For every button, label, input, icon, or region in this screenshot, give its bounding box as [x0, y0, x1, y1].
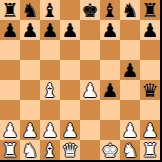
square-a8[interactable]: ♜ [0, 0, 20, 20]
square-h7[interactable]: ♟ [140, 20, 160, 40]
square-b2[interactable]: ♟ [20, 120, 40, 140]
square-d7[interactable]: ♟ [60, 20, 80, 40]
chess-board: ♜♞♝♚♝♞♜♟♟♟♟♟♟♟♝♟♟♛♟♟♟♟♟♟♜♞♝♛♚♞♜ [0, 0, 160, 160]
piece-black-pawn: ♟ [141, 20, 158, 40]
piece-black-rook: ♜ [141, 0, 158, 20]
piece-black-pawn: ♟ [41, 20, 58, 40]
piece-black-pawn: ♟ [61, 20, 78, 40]
piece-white-bishop: ♝ [41, 140, 58, 160]
piece-black-king: ♚ [81, 0, 98, 20]
square-f5[interactable] [100, 60, 120, 80]
piece-black-pawn: ♟ [101, 20, 118, 40]
square-a5[interactable] [0, 60, 20, 80]
square-a7[interactable]: ♟ [0, 20, 20, 40]
piece-white-rook: ♜ [141, 140, 158, 160]
square-f7[interactable]: ♟ [100, 20, 120, 40]
square-h5[interactable] [140, 60, 160, 80]
piece-black-bishop: ♝ [101, 0, 118, 20]
square-a3[interactable] [0, 100, 20, 120]
square-e1[interactable] [80, 140, 100, 160]
square-b6[interactable] [20, 40, 40, 60]
square-e2[interactable] [80, 120, 100, 140]
square-g8[interactable]: ♞ [120, 0, 140, 20]
piece-black-knight: ♞ [21, 0, 38, 20]
square-h4[interactable]: ♛ [140, 80, 160, 100]
square-d4[interactable] [60, 80, 80, 100]
square-g4[interactable] [120, 80, 140, 100]
square-g3[interactable] [120, 100, 140, 120]
square-d5[interactable] [60, 60, 80, 80]
square-g2[interactable]: ♟ [120, 120, 140, 140]
piece-white-pawn: ♟ [1, 120, 18, 140]
piece-white-pawn: ♟ [81, 80, 98, 100]
square-c4[interactable]: ♝ [40, 80, 60, 100]
square-f8[interactable]: ♝ [100, 0, 120, 20]
square-e7[interactable] [80, 20, 100, 40]
square-h3[interactable] [140, 100, 160, 120]
square-c3[interactable] [40, 100, 60, 120]
square-c1[interactable]: ♝ [40, 140, 60, 160]
square-g5[interactable]: ♟ [120, 60, 140, 80]
square-c5[interactable] [40, 60, 60, 80]
piece-black-rook: ♜ [1, 0, 18, 20]
square-c6[interactable] [40, 40, 60, 60]
piece-white-rook: ♜ [1, 140, 18, 160]
piece-black-bishop: ♝ [41, 0, 58, 20]
piece-white-pawn: ♟ [41, 120, 58, 140]
square-a2[interactable]: ♟ [0, 120, 20, 140]
square-b7[interactable]: ♟ [20, 20, 40, 40]
piece-black-queen: ♛ [141, 80, 158, 100]
square-h2[interactable]: ♟ [140, 120, 160, 140]
square-e6[interactable] [80, 40, 100, 60]
piece-white-knight: ♞ [121, 140, 138, 160]
piece-black-knight: ♞ [121, 0, 138, 20]
square-d8[interactable] [60, 0, 80, 20]
square-d6[interactable] [60, 40, 80, 60]
piece-white-bishop: ♝ [41, 80, 58, 100]
square-a6[interactable] [0, 40, 20, 60]
square-b4[interactable] [20, 80, 40, 100]
piece-white-pawn: ♟ [121, 120, 138, 140]
square-h6[interactable] [140, 40, 160, 60]
piece-black-pawn: ♟ [21, 20, 38, 40]
square-a1[interactable]: ♜ [0, 140, 20, 160]
piece-white-pawn: ♟ [141, 120, 158, 140]
square-e3[interactable] [80, 100, 100, 120]
piece-white-knight: ♞ [21, 140, 38, 160]
square-h8[interactable]: ♜ [140, 0, 160, 20]
square-b8[interactable]: ♞ [20, 0, 40, 20]
square-d1[interactable]: ♛ [60, 140, 80, 160]
square-c7[interactable]: ♟ [40, 20, 60, 40]
square-g6[interactable] [120, 40, 140, 60]
square-e4[interactable]: ♟ [80, 80, 100, 100]
piece-black-pawn: ♟ [1, 20, 18, 40]
square-a4[interactable] [0, 80, 20, 100]
square-f4[interactable]: ♟ [100, 80, 120, 100]
square-f2[interactable] [100, 120, 120, 140]
square-f1[interactable]: ♚ [100, 140, 120, 160]
square-f6[interactable] [100, 40, 120, 60]
square-b5[interactable] [20, 60, 40, 80]
piece-white-pawn: ♟ [61, 120, 78, 140]
square-c8[interactable]: ♝ [40, 0, 60, 20]
piece-black-pawn: ♟ [121, 60, 138, 80]
square-e8[interactable]: ♚ [80, 0, 100, 20]
square-f3[interactable] [100, 100, 120, 120]
board-frame: ♜♞♝♚♝♞♜♟♟♟♟♟♟♟♝♟♟♛♟♟♟♟♟♟♜♞♝♛♚♞♜ [0, 0, 162, 162]
square-d2[interactable]: ♟ [60, 120, 80, 140]
square-h1[interactable]: ♜ [140, 140, 160, 160]
piece-white-king: ♚ [101, 140, 118, 160]
square-b3[interactable] [20, 100, 40, 120]
piece-black-pawn: ♟ [101, 80, 118, 100]
square-b1[interactable]: ♞ [20, 140, 40, 160]
square-e5[interactable] [80, 60, 100, 80]
square-d3[interactable] [60, 100, 80, 120]
square-g1[interactable]: ♞ [120, 140, 140, 160]
piece-white-pawn: ♟ [21, 120, 38, 140]
square-g7[interactable] [120, 20, 140, 40]
square-c2[interactable]: ♟ [40, 120, 60, 140]
piece-white-queen: ♛ [61, 140, 78, 160]
